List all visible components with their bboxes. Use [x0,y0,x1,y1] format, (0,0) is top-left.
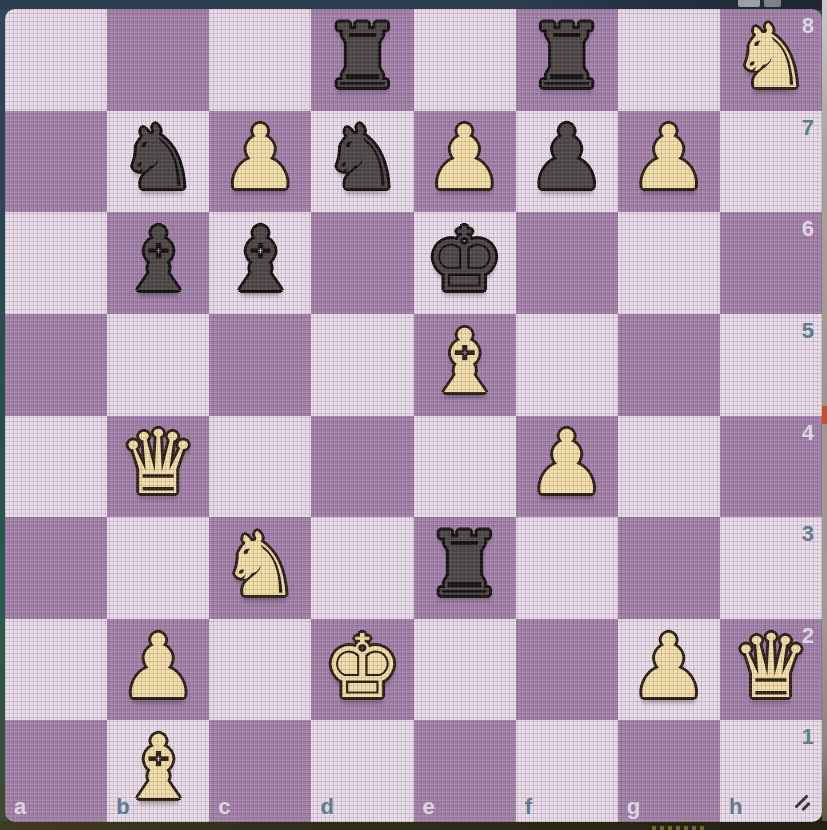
square-g3[interactable] [618,517,720,619]
chess-board: ♜♜♞8♞♟♞♟♟♟7♝♝♚6♝5♛♟4♞♜3♟♚♟♛2a♝bcdefgh1 [5,9,822,822]
piece-white-bishop[interactable]: ♝ [107,717,209,819]
rank-label-5: 5 [802,318,814,344]
square-h8[interactable]: ♞8 [720,9,822,111]
file-label-a: a [14,794,26,820]
piece-black-bishop[interactable]: ♝ [107,209,209,311]
square-f2[interactable] [516,619,618,721]
piece-white-queen[interactable]: ♛ [107,413,209,515]
square-g7[interactable]: ♟ [618,111,720,213]
square-c4[interactable] [209,416,311,518]
piece-white-pawn[interactable]: ♟ [209,108,311,210]
square-h2[interactable]: ♛2 [720,619,822,721]
rank-label-4: 4 [802,420,814,446]
square-c2[interactable] [209,619,311,721]
square-d3[interactable] [311,517,413,619]
square-h6[interactable]: 6 [720,212,822,314]
square-c5[interactable] [209,314,311,416]
square-g2[interactable]: ♟ [618,619,720,721]
square-f8[interactable]: ♜ [516,9,618,111]
square-a5[interactable] [5,314,107,416]
square-g5[interactable] [618,314,720,416]
piece-white-pawn[interactable]: ♟ [516,413,618,515]
piece-white-pawn[interactable]: ♟ [414,108,516,210]
square-e8[interactable] [414,9,516,111]
square-c7[interactable]: ♟ [209,111,311,213]
square-e4[interactable] [414,416,516,518]
square-d6[interactable] [311,212,413,314]
square-e2[interactable] [414,619,516,721]
square-h7[interactable]: 7 [720,111,822,213]
piece-black-bishop[interactable]: ♝ [209,209,311,311]
square-f4[interactable]: ♟ [516,416,618,518]
piece-white-bishop[interactable]: ♝ [414,311,516,413]
rank-label-1: 1 [802,724,814,750]
square-e1[interactable]: e [414,720,516,822]
piece-black-rook[interactable]: ♜ [414,514,516,616]
square-c3[interactable]: ♞ [209,517,311,619]
file-label-c: c [218,794,230,820]
scrollbar-accent [822,406,827,424]
square-d7[interactable]: ♞ [311,111,413,213]
piece-white-king[interactable]: ♚ [311,616,413,718]
square-a2[interactable] [5,619,107,721]
rank-label-3: 3 [802,521,814,547]
square-d2[interactable]: ♚ [311,619,413,721]
square-a7[interactable] [5,111,107,213]
rank-label-6: 6 [802,216,814,242]
square-b1[interactable]: ♝b [107,720,209,822]
piece-black-rook[interactable]: ♜ [311,9,413,108]
file-label-g: g [627,794,640,820]
square-a8[interactable] [5,9,107,111]
square-b7[interactable]: ♞ [107,111,209,213]
square-c1[interactable]: c [209,720,311,822]
square-b2[interactable]: ♟ [107,619,209,721]
file-label-d: d [320,794,333,820]
piece-white-knight[interactable]: ♞ [720,9,822,108]
square-f5[interactable] [516,314,618,416]
square-d4[interactable] [311,416,413,518]
file-label-e: e [423,794,435,820]
square-d1[interactable]: d [311,720,413,822]
square-g1[interactable]: g [618,720,720,822]
piece-black-pawn[interactable]: ♟ [516,108,618,210]
square-b4[interactable]: ♛ [107,416,209,518]
square-d5[interactable] [311,314,413,416]
square-b5[interactable] [107,314,209,416]
board-resize-handle-icon[interactable] [790,790,814,814]
square-c8[interactable] [209,9,311,111]
square-a1[interactable]: a [5,720,107,822]
piece-white-pawn[interactable]: ♟ [618,108,720,210]
square-f1[interactable]: f [516,720,618,822]
square-b6[interactable]: ♝ [107,212,209,314]
piece-black-rook[interactable]: ♜ [516,9,618,108]
square-f7[interactable]: ♟ [516,111,618,213]
square-g4[interactable] [618,416,720,518]
bottom-watermark [652,826,704,830]
browser-chrome-block [764,0,781,7]
square-g6[interactable] [618,212,720,314]
square-h5[interactable]: 5 [720,314,822,416]
piece-black-knight[interactable]: ♞ [107,108,209,210]
square-a6[interactable] [5,212,107,314]
browser-chrome-block [738,0,760,7]
square-b3[interactable] [107,517,209,619]
square-a3[interactable] [5,517,107,619]
square-d8[interactable]: ♜ [311,9,413,111]
square-e3[interactable]: ♜ [414,517,516,619]
square-e7[interactable]: ♟ [414,111,516,213]
square-f6[interactable] [516,212,618,314]
square-e5[interactable]: ♝ [414,314,516,416]
square-c6[interactable]: ♝ [209,212,311,314]
rank-label-7: 7 [802,115,814,141]
file-label-h: h [729,794,742,820]
square-a4[interactable] [5,416,107,518]
piece-black-knight[interactable]: ♞ [311,108,413,210]
square-e6[interactable]: ♚ [414,212,516,314]
square-b8[interactable] [107,9,209,111]
file-label-f: f [525,794,532,820]
square-h3[interactable]: 3 [720,517,822,619]
square-f3[interactable] [516,517,618,619]
piece-white-pawn[interactable]: ♟ [107,616,209,718]
piece-white-pawn[interactable]: ♟ [618,616,720,718]
square-h4[interactable]: 4 [720,416,822,518]
piece-white-knight[interactable]: ♞ [209,514,311,616]
piece-white-queen[interactable]: ♛ [720,616,822,718]
square-g8[interactable] [618,9,720,111]
piece-black-king[interactable]: ♚ [414,209,516,311]
